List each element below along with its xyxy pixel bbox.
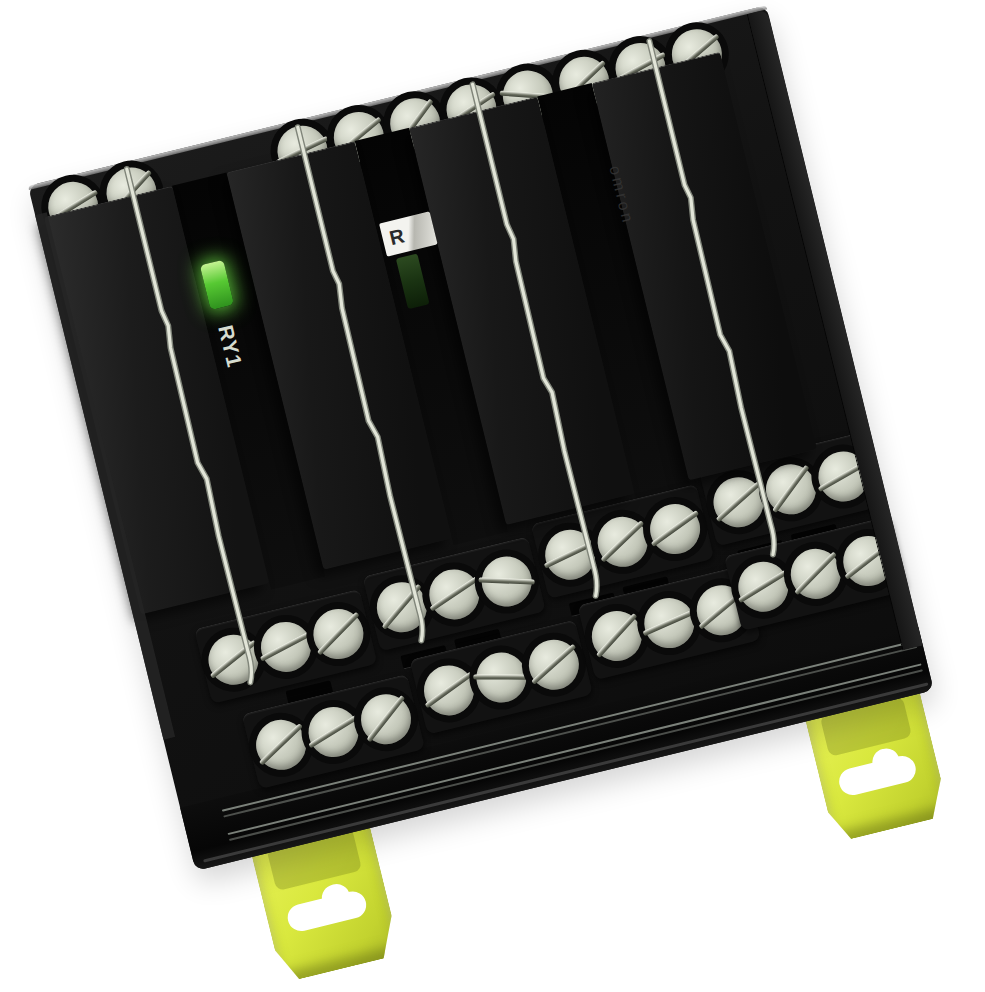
terminal-screw (786, 544, 846, 604)
relay-module: RY1 R omron (28, 5, 934, 870)
terminal-screw (645, 499, 705, 559)
terminal-screw (592, 512, 652, 572)
terminal-screw (471, 647, 531, 707)
terminal-screw (419, 660, 479, 720)
terminal-screw (256, 617, 316, 677)
terminal-screw (477, 551, 537, 611)
terminal-screw (587, 606, 647, 666)
module-body: RY1 R omron (28, 5, 934, 870)
terminal-screw (524, 635, 584, 695)
terminal-screw (303, 702, 363, 762)
terminal-screw (424, 564, 484, 624)
photo-stage: RY1 R omron (0, 0, 985, 992)
terminal-screw (356, 689, 416, 749)
terminal-screw (251, 715, 311, 775)
clip-keyhole-cutout (282, 878, 369, 936)
terminal-screw (308, 604, 368, 664)
terminal-screw (639, 593, 699, 653)
terminal-screw (733, 556, 793, 616)
